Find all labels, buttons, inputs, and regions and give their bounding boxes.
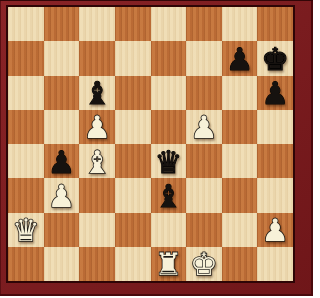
square-f4[interactable]	[186, 144, 222, 178]
square-e8[interactable]	[151, 7, 187, 41]
square-h7[interactable]: ♚	[257, 41, 293, 75]
square-h3[interactable]	[257, 178, 293, 212]
square-h6[interactable]: ♟	[257, 76, 293, 110]
square-b1[interactable]	[44, 247, 80, 281]
square-f2[interactable]	[186, 213, 222, 247]
piece-white-pawn[interactable]: ♟	[190, 112, 218, 143]
square-f1[interactable]: ♚	[186, 247, 222, 281]
piece-black-pawn[interactable]: ♟	[48, 147, 76, 178]
square-b2[interactable]	[44, 213, 80, 247]
piece-black-pawn[interactable]: ♟	[226, 44, 254, 75]
square-a5[interactable]	[8, 110, 44, 144]
square-h1[interactable]	[257, 247, 293, 281]
piece-white-pawn[interactable]: ♟	[261, 215, 289, 246]
square-b8[interactable]	[44, 7, 80, 41]
square-h8[interactable]	[257, 7, 293, 41]
board-frame: ♟♚♝♟♟♟♟♝♛♟♝♛♟♜♚	[0, 0, 313, 296]
square-a1[interactable]	[8, 247, 44, 281]
square-h2[interactable]: ♟	[257, 213, 293, 247]
square-d8[interactable]	[115, 7, 151, 41]
square-e7[interactable]	[151, 41, 187, 75]
chess-diagram: ♟♚♝♟♟♟♟♝♛♟♝♛♟♜♚	[0, 0, 320, 298]
square-c7[interactable]	[79, 41, 115, 75]
square-a8[interactable]	[8, 7, 44, 41]
square-d6[interactable]	[115, 76, 151, 110]
square-d3[interactable]	[115, 178, 151, 212]
piece-white-queen[interactable]: ♛	[12, 215, 40, 246]
square-e3[interactable]: ♝	[151, 178, 187, 212]
square-g1[interactable]	[222, 247, 258, 281]
square-h5[interactable]	[257, 110, 293, 144]
piece-black-bishop[interactable]: ♝	[83, 78, 111, 109]
square-c1[interactable]	[79, 247, 115, 281]
piece-white-pawn[interactable]: ♟	[83, 112, 111, 143]
square-g6[interactable]	[222, 76, 258, 110]
piece-black-queen[interactable]: ♛	[154, 147, 182, 178]
square-d7[interactable]	[115, 41, 151, 75]
square-a4[interactable]	[8, 144, 44, 178]
square-d1[interactable]	[115, 247, 151, 281]
square-c5[interactable]: ♟	[79, 110, 115, 144]
square-c4[interactable]: ♝	[79, 144, 115, 178]
square-e6[interactable]	[151, 76, 187, 110]
square-g8[interactable]	[222, 7, 258, 41]
square-b3[interactable]: ♟	[44, 178, 80, 212]
square-h4[interactable]	[257, 144, 293, 178]
square-d2[interactable]	[115, 213, 151, 247]
square-a3[interactable]	[8, 178, 44, 212]
square-c2[interactable]	[79, 213, 115, 247]
square-f8[interactable]	[186, 7, 222, 41]
piece-white-rook[interactable]: ♜	[154, 249, 182, 280]
square-c3[interactable]	[79, 178, 115, 212]
square-f6[interactable]	[186, 76, 222, 110]
square-b7[interactable]	[44, 41, 80, 75]
square-f5[interactable]: ♟	[186, 110, 222, 144]
square-c6[interactable]: ♝	[79, 76, 115, 110]
square-b5[interactable]	[44, 110, 80, 144]
square-b6[interactable]	[44, 76, 80, 110]
piece-black-bishop[interactable]: ♝	[154, 181, 182, 212]
square-e1[interactable]: ♜	[151, 247, 187, 281]
square-c8[interactable]	[79, 7, 115, 41]
square-f3[interactable]	[186, 178, 222, 212]
square-e5[interactable]	[151, 110, 187, 144]
piece-white-pawn[interactable]: ♟	[48, 181, 76, 212]
square-d5[interactable]	[115, 110, 151, 144]
square-g7[interactable]: ♟	[222, 41, 258, 75]
square-g5[interactable]	[222, 110, 258, 144]
piece-white-king[interactable]: ♚	[190, 249, 218, 280]
piece-black-pawn[interactable]: ♟	[261, 78, 289, 109]
piece-black-king[interactable]: ♚	[261, 44, 289, 75]
square-a6[interactable]	[8, 76, 44, 110]
square-a2[interactable]: ♛	[8, 213, 44, 247]
square-g2[interactable]	[222, 213, 258, 247]
square-a7[interactable]	[8, 41, 44, 75]
square-b4[interactable]: ♟	[44, 144, 80, 178]
square-d4[interactable]	[115, 144, 151, 178]
square-e2[interactable]	[151, 213, 187, 247]
square-g4[interactable]	[222, 144, 258, 178]
chess-board: ♟♚♝♟♟♟♟♝♛♟♝♛♟♜♚	[6, 5, 295, 283]
square-f7[interactable]	[186, 41, 222, 75]
square-e4[interactable]: ♛	[151, 144, 187, 178]
square-g3[interactable]	[222, 178, 258, 212]
piece-white-bishop[interactable]: ♝	[83, 147, 111, 178]
